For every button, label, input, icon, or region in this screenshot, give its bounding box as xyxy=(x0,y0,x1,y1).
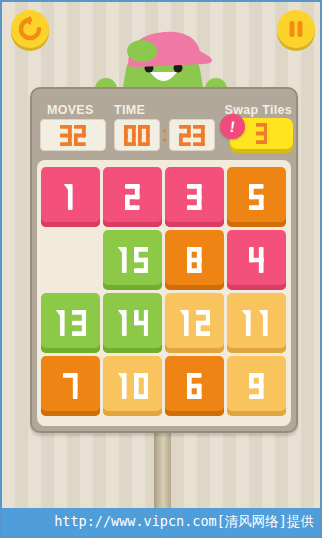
digit-1 xyxy=(179,310,194,336)
moves-counter xyxy=(40,119,106,151)
tile-panel xyxy=(37,160,291,426)
digit-3 xyxy=(187,184,202,210)
restart-button[interactable] xyxy=(11,10,49,48)
digit-1 xyxy=(117,310,132,336)
digit-0 xyxy=(138,125,150,146)
digit-3 xyxy=(72,310,87,336)
digit-1 xyxy=(117,247,132,273)
digit-4 xyxy=(249,247,264,273)
tile-11[interactable] xyxy=(227,293,286,353)
digit-5 xyxy=(249,184,264,210)
tile-7[interactable] xyxy=(41,356,100,416)
game-screen: MOVES TIME Swap Tiles ! http://www.vipcn… xyxy=(0,0,322,538)
empty-cell xyxy=(41,230,100,290)
digit-2 xyxy=(196,310,211,336)
tile-grid xyxy=(37,160,291,416)
digit-0 xyxy=(124,125,136,146)
digit-1 xyxy=(117,373,132,399)
time-seconds-display xyxy=(169,119,215,151)
mascot-cap-patch xyxy=(127,40,157,62)
digit-5 xyxy=(134,247,149,273)
tile-14[interactable] xyxy=(103,293,162,353)
digit-9 xyxy=(249,373,264,399)
watermark-bar: http://www.vipcn.com[清风网络]提供 xyxy=(2,508,320,536)
digit-1 xyxy=(258,310,273,336)
digit-2 xyxy=(74,125,86,146)
digit-8 xyxy=(187,247,202,273)
tile-2[interactable] xyxy=(103,167,162,227)
digit-colon xyxy=(162,126,167,145)
signpost-pole xyxy=(154,422,171,516)
watermark-text: http://www.vipcn.com[清风网络]提供 xyxy=(54,513,314,531)
pause-button[interactable] xyxy=(277,10,315,48)
digit-3 xyxy=(60,125,72,146)
tile-4[interactable] xyxy=(227,230,286,290)
digit-1 xyxy=(63,184,78,210)
tile-5[interactable] xyxy=(227,167,286,227)
tile-10[interactable] xyxy=(103,356,162,416)
digit-0 xyxy=(134,373,149,399)
digit-3 xyxy=(256,123,268,144)
digit-3 xyxy=(193,125,205,146)
tile-8[interactable] xyxy=(165,230,224,290)
digit-1 xyxy=(55,310,70,336)
digit-6 xyxy=(187,373,202,399)
tile-6[interactable] xyxy=(165,356,224,416)
pause-icon xyxy=(283,16,309,42)
tile-15[interactable] xyxy=(103,230,162,290)
mascot-character xyxy=(90,29,238,94)
tile-1[interactable] xyxy=(41,167,100,227)
digit-4 xyxy=(134,310,149,336)
digit-2 xyxy=(179,125,191,146)
digit-2 xyxy=(125,184,140,210)
tile-3[interactable] xyxy=(165,167,224,227)
tile-13[interactable] xyxy=(41,293,100,353)
tile-9[interactable] xyxy=(227,356,286,416)
time-minutes-display xyxy=(114,119,160,151)
time-colon xyxy=(160,119,169,151)
digit-1 xyxy=(241,310,256,336)
tile-12[interactable] xyxy=(165,293,224,353)
moves-label: MOVES xyxy=(47,103,94,117)
game-board: MOVES TIME Swap Tiles ! xyxy=(30,87,298,433)
time-label: TIME xyxy=(114,103,145,117)
digit-7 xyxy=(63,373,78,399)
restart-icon xyxy=(17,16,43,42)
